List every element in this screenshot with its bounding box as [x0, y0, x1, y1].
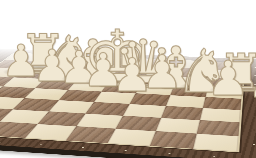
chess-product-photo: ♜♞♝♚♛♝♞♜♟♟♟♟♟♟♟♟	[0, 0, 256, 158]
piece-white-pawn-c2[interactable]: ♟	[139, 49, 185, 95]
pieces-layer: ♜♞♝♚♛♝♞♜♟♟♟♟♟♟♟♟	[0, 0, 256, 158]
piece-white-pawn-a2[interactable]: ♟	[245, 58, 256, 104]
